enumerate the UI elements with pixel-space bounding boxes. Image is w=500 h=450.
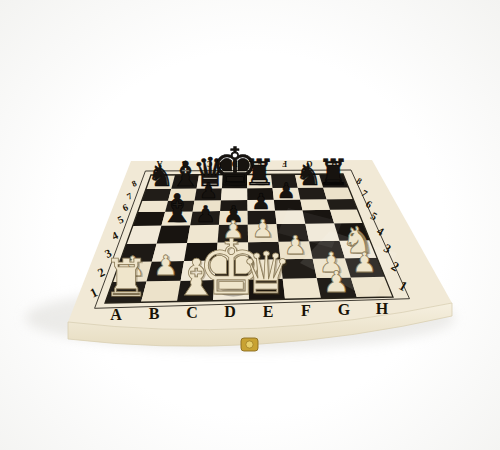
svg-text:♝: ♝: [160, 186, 195, 231]
piece-black-pawn-e6: ♟: [251, 189, 271, 214]
piece-black-rook-h8: ♜: [317, 152, 349, 193]
svg-text:♜: ♜: [103, 248, 149, 308]
board-svg: ABCDEFGH1234567812345678ABCDEFGH♞♝♛♚♜♞♜♟…: [0, 0, 500, 450]
label-file-f: F: [301, 302, 311, 319]
square-g6: [300, 199, 330, 210]
piece-black-bishop-b5: ♝: [160, 186, 195, 231]
label-file-h: H: [376, 300, 389, 317]
piece-white-pawn-g1: ♟♟: [323, 264, 351, 300]
chess-set-photo: ABCDEFGH1234567812345678ABCDEFGH♞♝♛♚♜♞♜♟…: [0, 0, 500, 450]
piece-black-pawn-c7: ♟: [199, 178, 218, 203]
svg-text:♜: ♜: [317, 152, 349, 193]
piece-white-rook-a1: ♜♜: [103, 248, 151, 309]
svg-text:♛: ♛: [241, 240, 293, 307]
svg-text:♟: ♟: [277, 178, 296, 203]
brass-clasp: [241, 338, 258, 351]
piece-black-pawn-f7: ♟: [277, 178, 296, 203]
label-file-far-f: F: [282, 159, 287, 168]
square-h6: [327, 199, 358, 210]
svg-text:♟: ♟: [251, 189, 271, 214]
piece-white-queen-e1: ♛♛: [241, 240, 294, 308]
svg-text:♟: ♟: [199, 178, 218, 203]
piece-black-rook-e8: ♜: [243, 152, 275, 193]
svg-text:♟: ♟: [323, 264, 350, 299]
svg-text:♟: ♟: [352, 246, 377, 279]
piece-white-pawn-h2: ♟♟: [352, 246, 379, 280]
label-file-g: G: [338, 301, 351, 318]
svg-text:♜: ♜: [243, 152, 275, 193]
